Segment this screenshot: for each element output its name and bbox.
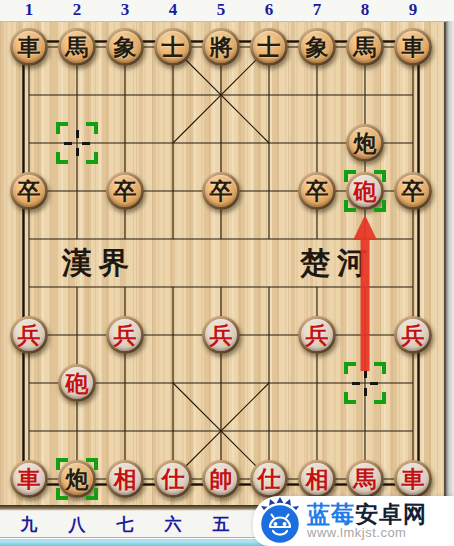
file-label-top-3: 3 xyxy=(121,0,130,20)
piece-red-馬-r9c8[interactable]: 馬 xyxy=(346,460,384,498)
piece-red-帥-r9c5[interactable]: 帥 xyxy=(202,460,240,498)
file-label-top-1: 1 xyxy=(25,0,34,20)
piece-glyph: 卒 xyxy=(18,180,41,203)
piece-black-象-r0c3[interactable]: 象 xyxy=(106,28,144,66)
top-file-number-strip: 123456789 xyxy=(0,0,454,22)
file-label-top-7: 7 xyxy=(313,0,322,20)
piece-glyph: 卒 xyxy=(402,180,425,203)
piece-glyph: 將 xyxy=(210,36,233,59)
piece-glyph: 士 xyxy=(162,36,185,59)
piece-red-仕-r9c4[interactable]: 仕 xyxy=(154,460,192,498)
piece-red-砲-r3c8[interactable]: 砲 xyxy=(346,172,384,210)
piece-black-卒-r3c1[interactable]: 卒 xyxy=(10,172,48,210)
piece-red-兵-r6c3[interactable]: 兵 xyxy=(106,316,144,354)
piece-black-炮-r2c8[interactable]: 炮 xyxy=(346,124,384,162)
piece-glyph: 象 xyxy=(114,36,137,59)
piece-black-馬-r0c2[interactable]: 馬 xyxy=(58,28,96,66)
file-label-top-6: 6 xyxy=(265,0,274,20)
piece-black-象-r0c7[interactable]: 象 xyxy=(298,28,336,66)
piece-glyph: 卒 xyxy=(306,180,329,203)
piece-glyph: 車 xyxy=(18,36,41,59)
crosshair-icon xyxy=(64,130,90,156)
piece-red-車-r9c1[interactable]: 車 xyxy=(10,460,48,498)
piece-glyph: 相 xyxy=(306,468,329,491)
piece-glyph: 砲 xyxy=(66,372,89,395)
file-label-top-8: 8 xyxy=(361,0,370,20)
piece-glyph: 兵 xyxy=(306,324,329,347)
piece-glyph: 仕 xyxy=(162,468,185,491)
piece-black-車-r0c1[interactable]: 車 xyxy=(10,28,48,66)
piece-glyph: 兵 xyxy=(18,324,41,347)
river-text-han-jie: 漢界 xyxy=(62,243,136,284)
piece-glyph: 車 xyxy=(18,468,41,491)
piece-glyph: 馬 xyxy=(66,36,89,59)
piece-black-卒-r3c9[interactable]: 卒 xyxy=(394,172,432,210)
piece-glyph: 兵 xyxy=(402,324,425,347)
watermark-site-name: 蓝莓安卓网 xyxy=(307,502,427,526)
piece-glyph: 馬 xyxy=(354,36,377,59)
piece-glyph: 炮 xyxy=(354,132,377,155)
piece-red-兵-r6c7[interactable]: 兵 xyxy=(298,316,336,354)
piece-glyph: 炮 xyxy=(66,468,89,491)
file-label-bottom-4: 六 xyxy=(165,513,182,536)
piece-red-相-r9c7[interactable]: 相 xyxy=(298,460,336,498)
piece-glyph: 卒 xyxy=(210,180,233,203)
piece-black-將-r0c5[interactable]: 將 xyxy=(202,28,240,66)
watermark-banner: 蓝莓安卓网 www.lmkjst.com xyxy=(253,496,454,546)
file-label-bottom-3: 七 xyxy=(117,513,134,536)
piece-glyph: 士 xyxy=(258,36,281,59)
crosshair-icon xyxy=(352,370,378,396)
piece-black-車-r0c9[interactable]: 車 xyxy=(394,28,432,66)
file-label-top-2: 2 xyxy=(73,0,82,20)
piece-red-兵-r6c1[interactable]: 兵 xyxy=(10,316,48,354)
piece-red-兵-r6c5[interactable]: 兵 xyxy=(202,316,240,354)
piece-red-仕-r9c6[interactable]: 仕 xyxy=(250,460,288,498)
piece-black-馬-r0c8[interactable]: 馬 xyxy=(346,28,384,66)
piece-red-兵-r6c9[interactable]: 兵 xyxy=(394,316,432,354)
piece-glyph: 仕 xyxy=(258,468,281,491)
river-text-chu-he: 楚河 xyxy=(300,243,374,284)
piece-black-卒-r3c7[interactable]: 卒 xyxy=(298,172,336,210)
file-label-bottom-5: 五 xyxy=(213,513,230,536)
file-label-top-9: 9 xyxy=(409,0,418,20)
vertical-scrollbar-track[interactable] xyxy=(446,21,454,537)
piece-glyph: 兵 xyxy=(114,324,137,347)
piece-glyph: 相 xyxy=(114,468,137,491)
piece-glyph: 車 xyxy=(402,36,425,59)
piece-black-士-r0c6[interactable]: 士 xyxy=(250,28,288,66)
file-label-top-4: 4 xyxy=(169,0,178,20)
piece-glyph: 帥 xyxy=(210,468,233,491)
piece-glyph: 卒 xyxy=(114,180,137,203)
piece-glyph: 馬 xyxy=(354,468,377,491)
piece-glyph: 兵 xyxy=(210,324,233,347)
piece-black-炮-r9c2[interactable]: 炮 xyxy=(58,460,96,498)
piece-glyph: 砲 xyxy=(354,180,377,203)
watermark-texts: 蓝莓安卓网 www.lmkjst.com xyxy=(307,502,427,540)
file-label-bottom-2: 八 xyxy=(69,513,86,536)
piece-red-砲-r7c2[interactable]: 砲 xyxy=(58,364,96,402)
piece-glyph: 車 xyxy=(402,468,425,491)
piece-red-相-r9c3[interactable]: 相 xyxy=(106,460,144,498)
piece-glyph: 象 xyxy=(306,36,329,59)
piece-black-卒-r3c5[interactable]: 卒 xyxy=(202,172,240,210)
blueberry-android-logo-icon xyxy=(257,496,303,546)
file-label-bottom-1: 九 xyxy=(21,513,38,536)
piece-black-士-r0c4[interactable]: 士 xyxy=(154,28,192,66)
piece-black-卒-r3c3[interactable]: 卒 xyxy=(106,172,144,210)
watermark-url: www.lmkjst.com xyxy=(307,526,427,540)
xiangqi-app-window: 123456789 xyxy=(0,0,454,546)
file-label-top-5: 5 xyxy=(217,0,226,20)
piece-red-車-r9c9[interactable]: 車 xyxy=(394,460,432,498)
